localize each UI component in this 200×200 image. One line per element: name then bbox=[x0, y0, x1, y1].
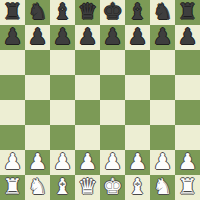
square-a6[interactable] bbox=[0, 50, 25, 75]
square-c3[interactable] bbox=[50, 125, 75, 150]
square-b8[interactable]: ♞ bbox=[25, 0, 50, 25]
piece-white-queen[interactable]: ♛ bbox=[78, 174, 98, 199]
square-b5[interactable] bbox=[25, 75, 50, 100]
piece-white-rook[interactable]: ♜ bbox=[178, 174, 198, 199]
piece-white-rook[interactable]: ♜ bbox=[3, 174, 23, 199]
piece-black-pawn[interactable]: ♟ bbox=[78, 24, 98, 49]
piece-white-bishop[interactable]: ♝ bbox=[53, 174, 73, 199]
square-g1[interactable]: ♞ bbox=[150, 175, 175, 200]
square-a2[interactable]: ♟ bbox=[0, 150, 25, 175]
square-h3[interactable] bbox=[175, 125, 200, 150]
square-e1[interactable]: ♚ bbox=[100, 175, 125, 200]
square-c1[interactable]: ♝ bbox=[50, 175, 75, 200]
square-a8[interactable]: ♜ bbox=[0, 0, 25, 25]
square-g4[interactable] bbox=[150, 100, 175, 125]
piece-black-queen[interactable]: ♛ bbox=[78, 0, 98, 24]
square-e3[interactable] bbox=[100, 125, 125, 150]
piece-white-pawn[interactable]: ♟ bbox=[103, 149, 123, 174]
square-g8[interactable]: ♞ bbox=[150, 0, 175, 25]
square-e8[interactable]: ♚ bbox=[100, 0, 125, 25]
piece-white-pawn[interactable]: ♟ bbox=[28, 149, 48, 174]
square-b3[interactable] bbox=[25, 125, 50, 150]
square-f3[interactable] bbox=[125, 125, 150, 150]
square-a4[interactable] bbox=[0, 100, 25, 125]
square-f2[interactable]: ♟ bbox=[125, 150, 150, 175]
piece-black-pawn[interactable]: ♟ bbox=[178, 24, 198, 49]
square-b7[interactable]: ♟ bbox=[25, 25, 50, 50]
square-g3[interactable] bbox=[150, 125, 175, 150]
square-a5[interactable] bbox=[0, 75, 25, 100]
piece-white-bishop[interactable]: ♝ bbox=[128, 174, 148, 199]
square-c7[interactable]: ♟ bbox=[50, 25, 75, 50]
square-d8[interactable]: ♛ bbox=[75, 0, 100, 25]
piece-black-pawn[interactable]: ♟ bbox=[53, 24, 73, 49]
square-b4[interactable] bbox=[25, 100, 50, 125]
square-f1[interactable]: ♝ bbox=[125, 175, 150, 200]
chess-board: ♜♞♝♛♚♝♞♜♟♟♟♟♟♟♟♟♟♟♟♟♟♟♟♟♜♞♝♛♚♝♞♜ bbox=[0, 0, 200, 200]
square-c6[interactable] bbox=[50, 50, 75, 75]
square-g2[interactable]: ♟ bbox=[150, 150, 175, 175]
square-d6[interactable] bbox=[75, 50, 100, 75]
square-b6[interactable] bbox=[25, 50, 50, 75]
square-f8[interactable]: ♝ bbox=[125, 0, 150, 25]
piece-black-pawn[interactable]: ♟ bbox=[153, 24, 173, 49]
square-h8[interactable]: ♜ bbox=[175, 0, 200, 25]
square-e6[interactable] bbox=[100, 50, 125, 75]
square-h7[interactable]: ♟ bbox=[175, 25, 200, 50]
piece-white-pawn[interactable]: ♟ bbox=[53, 149, 73, 174]
square-c4[interactable] bbox=[50, 100, 75, 125]
square-f4[interactable] bbox=[125, 100, 150, 125]
square-g6[interactable] bbox=[150, 50, 175, 75]
piece-white-pawn[interactable]: ♟ bbox=[153, 149, 173, 174]
piece-black-knight[interactable]: ♞ bbox=[153, 0, 173, 24]
square-e4[interactable] bbox=[100, 100, 125, 125]
piece-black-rook[interactable]: ♜ bbox=[3, 0, 23, 24]
piece-white-pawn[interactable]: ♟ bbox=[78, 149, 98, 174]
piece-black-knight[interactable]: ♞ bbox=[28, 0, 48, 24]
square-d3[interactable] bbox=[75, 125, 100, 150]
piece-white-knight[interactable]: ♞ bbox=[28, 174, 48, 199]
square-d1[interactable]: ♛ bbox=[75, 175, 100, 200]
square-f7[interactable]: ♟ bbox=[125, 25, 150, 50]
piece-black-pawn[interactable]: ♟ bbox=[28, 24, 48, 49]
piece-black-king[interactable]: ♚ bbox=[103, 0, 123, 24]
piece-white-pawn[interactable]: ♟ bbox=[128, 149, 148, 174]
square-c2[interactable]: ♟ bbox=[50, 150, 75, 175]
square-h1[interactable]: ♜ bbox=[175, 175, 200, 200]
square-h4[interactable] bbox=[175, 100, 200, 125]
square-h6[interactable] bbox=[175, 50, 200, 75]
piece-white-king[interactable]: ♚ bbox=[103, 174, 123, 199]
square-e2[interactable]: ♟ bbox=[100, 150, 125, 175]
square-c8[interactable]: ♝ bbox=[50, 0, 75, 25]
piece-black-bishop[interactable]: ♝ bbox=[128, 0, 148, 24]
piece-black-pawn[interactable]: ♟ bbox=[128, 24, 148, 49]
square-g7[interactable]: ♟ bbox=[150, 25, 175, 50]
square-b2[interactable]: ♟ bbox=[25, 150, 50, 175]
square-a1[interactable]: ♜ bbox=[0, 175, 25, 200]
square-d7[interactable]: ♟ bbox=[75, 25, 100, 50]
square-a3[interactable] bbox=[0, 125, 25, 150]
square-b1[interactable]: ♞ bbox=[25, 175, 50, 200]
piece-white-pawn[interactable]: ♟ bbox=[178, 149, 198, 174]
square-d4[interactable] bbox=[75, 100, 100, 125]
square-g5[interactable] bbox=[150, 75, 175, 100]
piece-white-pawn[interactable]: ♟ bbox=[3, 149, 23, 174]
piece-black-bishop[interactable]: ♝ bbox=[53, 0, 73, 24]
piece-black-pawn[interactable]: ♟ bbox=[3, 24, 23, 49]
square-a7[interactable]: ♟ bbox=[0, 25, 25, 50]
square-c5[interactable] bbox=[50, 75, 75, 100]
square-h5[interactable] bbox=[175, 75, 200, 100]
piece-white-knight[interactable]: ♞ bbox=[153, 174, 173, 199]
piece-black-rook[interactable]: ♜ bbox=[178, 0, 198, 24]
square-h2[interactable]: ♟ bbox=[175, 150, 200, 175]
square-f5[interactable] bbox=[125, 75, 150, 100]
square-e5[interactable] bbox=[100, 75, 125, 100]
square-f6[interactable] bbox=[125, 50, 150, 75]
piece-black-pawn[interactable]: ♟ bbox=[103, 24, 123, 49]
square-d5[interactable] bbox=[75, 75, 100, 100]
square-d2[interactable]: ♟ bbox=[75, 150, 100, 175]
square-e7[interactable]: ♟ bbox=[100, 25, 125, 50]
